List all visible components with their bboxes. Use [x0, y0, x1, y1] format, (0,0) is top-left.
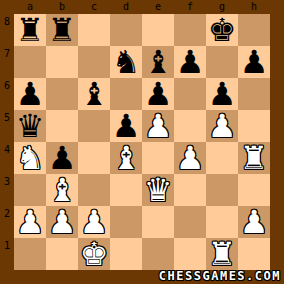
square-b7[interactable]	[46, 46, 78, 78]
rank-label-2: 2	[0, 206, 14, 238]
rank-label-6: 6	[0, 78, 14, 110]
square-d1[interactable]	[110, 238, 142, 270]
rank-label-4: 4	[0, 142, 14, 174]
black-knight-icon[interactable]: ♞	[112, 46, 141, 78]
black-bishop-icon[interactable]: ♝	[144, 46, 173, 78]
black-pawn-icon[interactable]: ♟	[176, 46, 205, 78]
square-c6[interactable]: ♝	[78, 78, 110, 110]
square-e1[interactable]	[142, 238, 174, 270]
white-knight-icon[interactable]: ♞	[16, 142, 45, 174]
white-pawn-icon[interactable]: ♟	[48, 206, 77, 238]
white-bishop-icon[interactable]: ♝	[48, 174, 77, 206]
square-d8[interactable]	[110, 14, 142, 46]
black-king-icon[interactable]: ♚	[208, 14, 237, 46]
square-b3[interactable]: ♝	[46, 174, 78, 206]
white-pawn-icon[interactable]: ♟	[16, 206, 45, 238]
black-bishop-icon[interactable]: ♝	[80, 78, 109, 110]
square-g8[interactable]: ♚	[206, 14, 238, 46]
square-h3[interactable]	[238, 174, 270, 206]
file-label-c: c	[78, 0, 110, 14]
square-h4[interactable]: ♜	[238, 142, 270, 174]
square-g6[interactable]: ♟	[206, 78, 238, 110]
square-c7[interactable]	[78, 46, 110, 78]
chess-board: ♜♜♚♞♝♟♟♟♝♟♟♛♟♟♟♞♟♝♟♜♝♛♟♟♟♟♚♜	[14, 14, 270, 270]
square-h5[interactable]	[238, 110, 270, 142]
square-c8[interactable]	[78, 14, 110, 46]
square-a2[interactable]: ♟	[14, 206, 46, 238]
square-g1[interactable]: ♜	[206, 238, 238, 270]
square-d3[interactable]	[110, 174, 142, 206]
square-b2[interactable]: ♟	[46, 206, 78, 238]
square-e2[interactable]	[142, 206, 174, 238]
square-h1[interactable]	[238, 238, 270, 270]
square-d4[interactable]: ♝	[110, 142, 142, 174]
white-queen-icon[interactable]: ♛	[144, 174, 173, 206]
file-label-d: d	[110, 0, 142, 14]
square-c2[interactable]: ♟	[78, 206, 110, 238]
black-pawn-icon[interactable]: ♟	[112, 110, 141, 142]
square-b5[interactable]	[46, 110, 78, 142]
white-bishop-icon[interactable]: ♝	[112, 142, 141, 174]
square-f1[interactable]	[174, 238, 206, 270]
square-a6[interactable]: ♟	[14, 78, 46, 110]
square-b4[interactable]: ♟	[46, 142, 78, 174]
square-b6[interactable]	[46, 78, 78, 110]
square-d2[interactable]	[110, 206, 142, 238]
square-f3[interactable]	[174, 174, 206, 206]
rank-label-8: 8	[0, 14, 14, 46]
file-label-h: h	[238, 0, 270, 14]
square-e6[interactable]: ♟	[142, 78, 174, 110]
black-rook-icon[interactable]: ♜	[16, 14, 45, 46]
square-f2[interactable]	[174, 206, 206, 238]
white-pawn-icon[interactable]: ♟	[144, 110, 173, 142]
square-b8[interactable]: ♜	[46, 14, 78, 46]
rank-label-1: 1	[0, 238, 14, 270]
square-g3[interactable]	[206, 174, 238, 206]
square-d7[interactable]: ♞	[110, 46, 142, 78]
black-pawn-icon[interactable]: ♟	[16, 78, 45, 110]
file-label-f: f	[174, 0, 206, 14]
square-f4[interactable]: ♟	[174, 142, 206, 174]
square-g7[interactable]	[206, 46, 238, 78]
square-c5[interactable]	[78, 110, 110, 142]
black-pawn-icon[interactable]: ♟	[144, 78, 173, 110]
square-c1[interactable]: ♚	[78, 238, 110, 270]
square-g4[interactable]	[206, 142, 238, 174]
square-a4[interactable]: ♞	[14, 142, 46, 174]
square-a5[interactable]: ♛	[14, 110, 46, 142]
white-pawn-icon[interactable]: ♟	[240, 206, 269, 238]
square-c4[interactable]	[78, 142, 110, 174]
square-f6[interactable]	[174, 78, 206, 110]
white-rook-icon[interactable]: ♜	[240, 142, 269, 174]
square-d6[interactable]	[110, 78, 142, 110]
white-pawn-icon[interactable]: ♟	[208, 110, 237, 142]
black-pawn-icon[interactable]: ♟	[208, 78, 237, 110]
square-h2[interactable]: ♟	[238, 206, 270, 238]
file-label-e: e	[142, 0, 174, 14]
black-queen-icon[interactable]: ♛	[16, 110, 45, 142]
rank-label-3: 3	[0, 174, 14, 206]
white-pawn-icon[interactable]: ♟	[176, 142, 205, 174]
square-g5[interactable]: ♟	[206, 110, 238, 142]
rank-label-5: 5	[0, 110, 14, 142]
square-a3[interactable]	[14, 174, 46, 206]
square-g2[interactable]	[206, 206, 238, 238]
square-f8[interactable]	[174, 14, 206, 46]
square-h7[interactable]: ♟	[238, 46, 270, 78]
square-f5[interactable]	[174, 110, 206, 142]
square-a1[interactable]	[14, 238, 46, 270]
chess-diagram-frame: abcdefgh 87654321 ♜♜♚♞♝♟♟♟♝♟♟♛♟♟♟♞♟♝♟♜♝♛…	[0, 0, 284, 284]
white-rook-icon[interactable]: ♜	[208, 238, 237, 270]
rank-labels: 87654321	[0, 14, 14, 270]
square-e4[interactable]	[142, 142, 174, 174]
square-d5[interactable]: ♟	[110, 110, 142, 142]
square-h8[interactable]	[238, 14, 270, 46]
square-e7[interactable]: ♝	[142, 46, 174, 78]
square-c3[interactable]	[78, 174, 110, 206]
watermark: CHESSGAMES.COM	[159, 270, 281, 282]
square-e8[interactable]	[142, 14, 174, 46]
black-pawn-icon[interactable]: ♟	[240, 46, 269, 78]
square-f7[interactable]: ♟	[174, 46, 206, 78]
white-pawn-icon[interactable]: ♟	[80, 206, 109, 238]
black-rook-icon[interactable]: ♜	[48, 14, 77, 46]
square-a7[interactable]	[14, 46, 46, 78]
square-e3[interactable]: ♛	[142, 174, 174, 206]
rank-label-7: 7	[0, 46, 14, 78]
square-a8[interactable]: ♜	[14, 14, 46, 46]
white-king-icon[interactable]: ♚	[80, 238, 109, 270]
square-h6[interactable]	[238, 78, 270, 110]
square-e5[interactable]: ♟	[142, 110, 174, 142]
black-pawn-icon[interactable]: ♟	[48, 142, 77, 174]
square-b1[interactable]	[46, 238, 78, 270]
